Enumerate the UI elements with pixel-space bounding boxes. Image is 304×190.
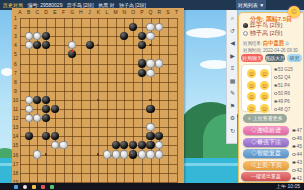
stone-black <box>51 105 59 113</box>
stone-white <box>155 59 163 67</box>
stone-black <box>112 141 120 149</box>
stone-white <box>33 114 41 122</box>
folder-icon[interactable] <box>32 185 36 189</box>
board-row-label: 6 <box>12 61 19 67</box>
action-button-0[interactable]: ◇连续前进 <box>243 126 289 135</box>
board-row-label: 16 <box>12 152 19 158</box>
settings-icon[interactable]: ⚙ <box>227 114 238 122</box>
stone-black <box>42 32 50 40</box>
board-col-label: D <box>42 9 51 15</box>
stone-white <box>146 150 154 158</box>
move-number-row: 45 <box>292 142 304 150</box>
undo-icon[interactable]: ↺ <box>227 27 238 35</box>
time-value: 2022-04-26 09:30 <box>263 47 298 53</box>
board-col-label: P <box>137 9 146 15</box>
stone-black <box>51 132 59 140</box>
stone-black <box>129 141 137 149</box>
board-col-label: G <box>68 9 77 15</box>
black-player-name: 弈手鸟 [2段] <box>250 22 282 28</box>
move-list-row: 52 Q4 <box>274 73 301 81</box>
side-toolbar: ⌕↺◀▶≡▦✎⚑⚙↻ <box>226 10 237 144</box>
grid-line-h <box>20 164 177 165</box>
move-number-row: 47 <box>292 126 304 134</box>
board-row-label: 17 <box>12 161 19 167</box>
stone-white <box>25 96 33 104</box>
emoji-button[interactable]: ☺ <box>260 81 269 90</box>
time-row: 对局时间: 2022-04-26 09:30 <box>243 47 298 53</box>
flag-icon[interactable]: ⚑ <box>227 102 238 110</box>
move-list-row: 53 G15 <box>274 65 301 73</box>
emoji-button[interactable]: ☺ <box>260 104 269 113</box>
board-col-label: S <box>163 9 172 15</box>
stone-white <box>25 114 33 122</box>
stone-white <box>33 150 41 158</box>
board-row-label: 8 <box>12 79 19 85</box>
board-row-label: 12 <box>12 115 19 121</box>
action-button-4[interactable]: 一键退出复盘 <box>241 172 291 181</box>
board-row-label: 15 <box>12 142 19 148</box>
stone-black <box>42 132 50 140</box>
board-col-label: J <box>85 9 94 15</box>
stone-white <box>146 59 154 67</box>
stone-white <box>138 150 146 158</box>
stone-white <box>146 123 154 131</box>
white-player-name: 独子高 [2段] <box>250 30 282 36</box>
stone-black <box>129 23 137 31</box>
board-col-label: E <box>50 9 59 15</box>
move-number-row: 42 <box>292 166 304 174</box>
refresh-icon[interactable]: ↻ <box>227 127 238 135</box>
board-col-label: N <box>120 9 129 15</box>
stone-black <box>120 32 128 40</box>
taskbar-clock: 上午 10:05 <box>276 183 300 190</box>
star-point <box>45 153 47 155</box>
board-col-label: F <box>59 9 68 15</box>
white-player-row: 独子高 [2段] <box>243 30 282 37</box>
result-label: 对局结果: <box>243 40 262 46</box>
time-label: 对局时间: <box>243 47 262 53</box>
emoji-button[interactable]: ☺ <box>247 104 256 113</box>
search-icon[interactable] <box>23 185 27 189</box>
app-window: 历史对局 编号: 29580029 弈手鸟 [2段] 执黑 对 独子高 [2段]… <box>0 0 304 190</box>
stone-white <box>146 32 154 40</box>
stone-white <box>25 105 33 113</box>
tab-2[interactable]: 研究 <box>287 54 302 62</box>
move-list-row: 50 R6 <box>274 89 301 97</box>
stone-black <box>120 141 128 149</box>
step-back-icon[interactable]: ◀ <box>227 39 238 47</box>
grid-line-v <box>177 18 178 183</box>
board-row-label: 5 <box>12 51 19 57</box>
chat-move-list: 53 G1552 Q451 P450 R649 P648 Q7 <box>274 65 304 113</box>
stone-white <box>146 23 154 31</box>
stone-black <box>25 132 33 140</box>
emoji-button[interactable]: ☺ <box>260 92 269 101</box>
stone-black <box>146 132 154 140</box>
stone-white <box>155 23 163 31</box>
step-forward-icon[interactable]: ▶ <box>227 52 238 60</box>
load-more-button[interactable]: ∨ 上拉查看更多 <box>243 114 287 123</box>
board-row-label: 13 <box>12 124 19 130</box>
stone-black <box>129 150 137 158</box>
board-col-label: O <box>129 9 138 15</box>
stone-white <box>103 150 111 158</box>
go-board[interactable]: ABCDEFGHJKLMNOPQRST123456789101112131415… <box>12 8 184 183</box>
stone-black <box>146 105 154 113</box>
emoji-panel: ☺☺☺☺☺☺☺☺ <box>241 64 272 112</box>
menu-icon[interactable]: ≡ <box>227 64 238 72</box>
stone-white <box>51 141 59 149</box>
board-row-label: 3 <box>12 33 19 39</box>
stone-black <box>33 41 41 49</box>
board-row-label: 18 <box>12 170 19 176</box>
emoji-button[interactable]: ☺ <box>260 69 269 78</box>
emoji-button[interactable]: ☺ <box>247 69 256 78</box>
stone-black <box>138 69 146 77</box>
board-col-label: L <box>103 9 112 15</box>
stone-black: ▲ <box>68 50 76 58</box>
stone-black <box>42 41 50 49</box>
app-icon-green[interactable] <box>50 185 54 189</box>
stone-white <box>25 32 33 40</box>
stone-black <box>138 59 146 67</box>
move-number-row: 44 <box>292 150 304 158</box>
zoom-icon[interactable]: ⌕ <box>227 14 238 22</box>
move-list-row: 48 Q7 <box>274 105 301 113</box>
star-point <box>149 99 151 101</box>
board-col-label: H <box>76 9 85 15</box>
board-col-label: C <box>33 9 42 15</box>
white-stone-icon <box>243 31 248 36</box>
emoji-button[interactable]: ☺ <box>247 81 256 90</box>
board-col-label: T <box>172 9 181 15</box>
action-button-2[interactable]: ◇智能复盘 <box>243 149 289 158</box>
move-number-list: 47464544434241 <box>292 126 304 182</box>
stone-white <box>155 141 163 149</box>
result-value: 白中盘胜 <box>263 40 284 46</box>
board-col-label: Q <box>146 9 155 15</box>
stone-black <box>138 41 146 49</box>
last-move-marker: ▲ <box>70 48 75 53</box>
board-row-label: 11 <box>12 106 19 112</box>
tab-1[interactable]: 观战大厅 <box>265 54 285 62</box>
action-button-3[interactable]: ◁上页·下页 <box>243 161 289 170</box>
tab-0[interactable]: 对局聊天 <box>241 54 263 62</box>
black-stone-icon <box>243 23 248 28</box>
edit-icon[interactable]: ✎ <box>227 89 238 97</box>
start-icon[interactable] <box>14 185 18 189</box>
taskbar: 上午 10:05 <box>0 183 304 190</box>
board-col-label: M <box>111 9 120 15</box>
black-player-row: 弈手鸟 [2段] <box>243 22 282 29</box>
board-row-label: 10 <box>12 97 19 103</box>
copy-result-icon[interactable]: ⧉ <box>285 40 288 46</box>
board-col-label: R <box>155 9 164 15</box>
board-col-label: K <box>94 9 103 15</box>
board-row-label: 4 <box>12 42 19 48</box>
move-number-row: 46 <box>292 134 304 142</box>
board-col-label: B <box>24 9 33 15</box>
action-button-1[interactable]: ◇最强下法 <box>243 138 289 147</box>
info-panel: ☺ 分先: 黑贴7.5目 弈手鸟 [2段] 独子高 [2段] 对局结果: 白中盘… <box>238 12 304 183</box>
stone-black <box>42 114 50 122</box>
grid-line-v <box>168 18 169 183</box>
stone-white <box>59 141 67 149</box>
stone-white <box>120 150 128 158</box>
stone-black <box>42 96 50 104</box>
move-list-row: 49 P6 <box>274 97 301 105</box>
board-row-label: 2 <box>12 24 19 30</box>
stone-black <box>42 105 50 113</box>
stone-white <box>155 150 163 158</box>
grid-icon[interactable]: ▦ <box>227 77 238 85</box>
stone-black <box>155 132 163 140</box>
stone-black <box>146 141 154 149</box>
stone-black <box>33 96 41 104</box>
games-dropdown[interactable]: 对局列表 ▼ <box>236 0 266 10</box>
emoji-button[interactable]: ☺ <box>247 92 256 101</box>
stone-white <box>112 150 120 158</box>
move-list-row: 51 P4 <box>274 81 301 89</box>
stone-black <box>86 41 94 49</box>
cloud-decoration <box>186 28 226 38</box>
stone-white <box>25 41 33 49</box>
stone-black <box>138 32 146 40</box>
grid-line-h <box>20 173 177 174</box>
move-number-row: 41 <box>292 174 304 182</box>
stone-white <box>146 69 154 77</box>
board-row-label: 14 <box>12 133 19 139</box>
stone-white <box>33 32 41 40</box>
move-number-row: 43 <box>292 158 304 166</box>
board-row-label: 9 <box>12 88 19 94</box>
app-icon-red[interactable] <box>41 185 45 189</box>
board-row-label: 7 <box>12 70 19 76</box>
board-row-label: 1 <box>12 15 19 21</box>
stone-black <box>138 141 146 149</box>
